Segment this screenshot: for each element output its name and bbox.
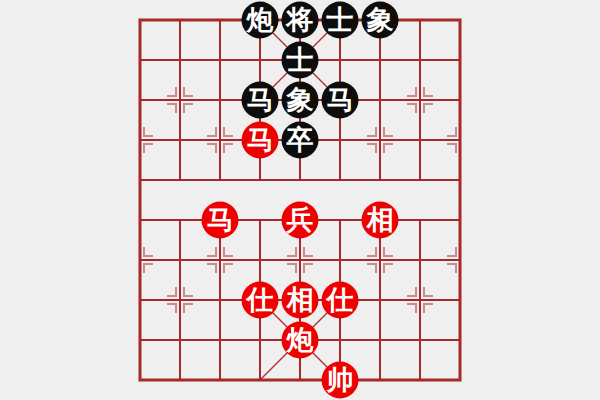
- piece-black-soldier[interactable]: 卒: [282, 122, 319, 159]
- xiangqi-app: 炮将士象士马象马卒马马兵相仕相仕炮帅: [0, 0, 600, 400]
- piece-black-advisor[interactable]: 士: [322, 2, 359, 39]
- piece-black-king[interactable]: 将: [282, 2, 319, 39]
- piece-black-advisor[interactable]: 士: [282, 42, 319, 79]
- piece-red-elephant[interactable]: 相: [282, 282, 319, 319]
- piece-black-elephant[interactable]: 象: [362, 2, 399, 39]
- piece-red-advisor[interactable]: 仕: [242, 282, 279, 319]
- piece-black-cannon[interactable]: 炮: [242, 2, 279, 39]
- piece-red-elephant[interactable]: 相: [362, 202, 399, 239]
- piece-red-advisor[interactable]: 仕: [322, 282, 359, 319]
- piece-red-horse[interactable]: 马: [242, 122, 279, 159]
- piece-red-soldier[interactable]: 兵: [282, 202, 319, 239]
- piece-black-elephant[interactable]: 象: [282, 82, 319, 119]
- pieces-layer: 炮将士象士马象马卒马马兵相仕相仕炮帅: [0, 0, 600, 400]
- piece-red-king[interactable]: 帅: [322, 362, 359, 399]
- piece-black-horse[interactable]: 马: [242, 82, 279, 119]
- piece-red-cannon[interactable]: 炮: [282, 322, 319, 359]
- piece-red-horse[interactable]: 马: [202, 202, 239, 239]
- piece-black-horse[interactable]: 马: [322, 82, 359, 119]
